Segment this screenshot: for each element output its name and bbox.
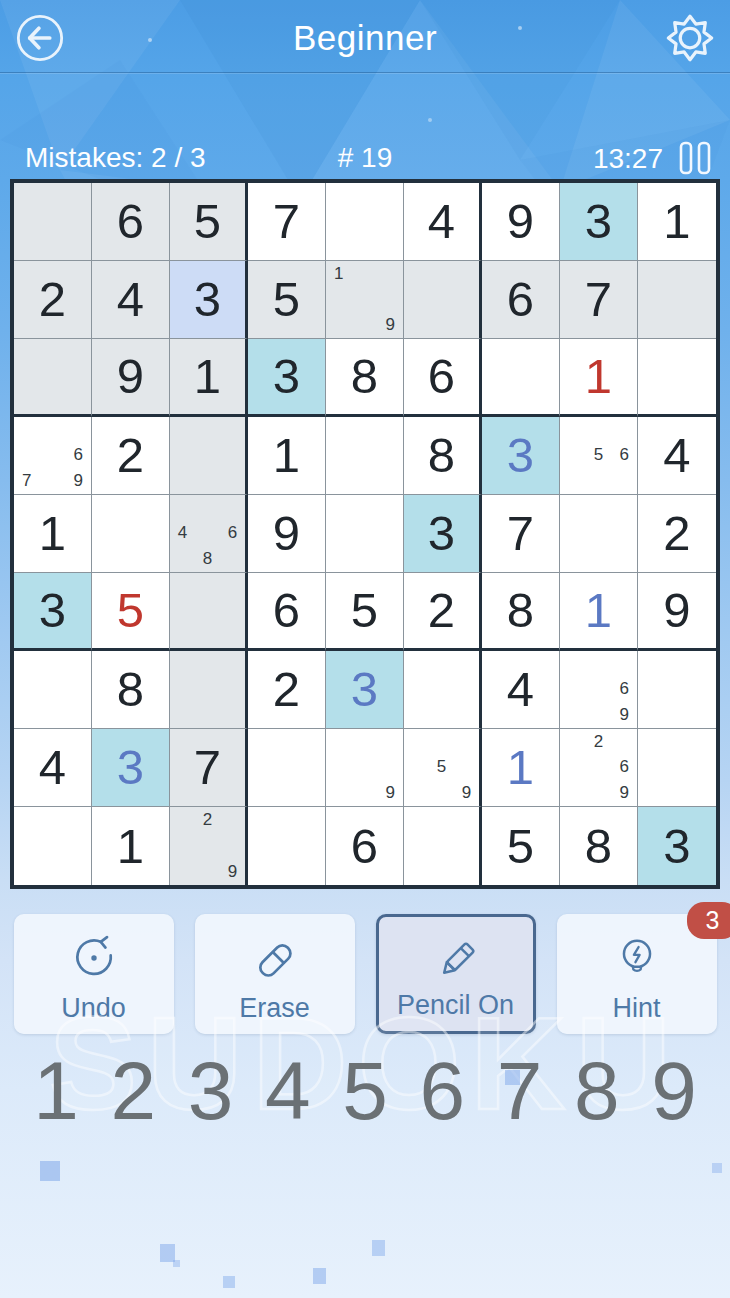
numpad-6[interactable]: 6 xyxy=(410,1046,474,1136)
confetti-square xyxy=(505,1070,520,1085)
cell-r1c5[interactable] xyxy=(326,183,404,261)
cell-value: 5 xyxy=(194,197,221,246)
number-pad: 123456789 xyxy=(0,1046,730,1136)
cell-r7c6[interactable] xyxy=(404,651,482,729)
cell-r5c6[interactable]: 3 xyxy=(404,495,482,573)
cell-r6c3[interactable] xyxy=(170,573,248,651)
cell-r9c8[interactable]: 8 xyxy=(560,807,638,885)
timer: 13:27 xyxy=(593,141,663,175)
cell-value: 1 xyxy=(117,822,144,871)
cell-value: 3 xyxy=(117,743,144,792)
cell-value: 3 xyxy=(428,509,455,558)
toolbar: Undo Erase xyxy=(0,914,730,1034)
cell-r5c7[interactable]: 7 xyxy=(482,495,560,573)
sudoku-app: Beginner Mistakes: 2 / 3 # 19 13:27 xyxy=(0,0,730,1298)
top-bar: Beginner xyxy=(0,0,730,72)
cell-value: 4 xyxy=(117,275,144,324)
pencil-mark: 9 xyxy=(377,780,403,806)
cell-value: 3 xyxy=(273,352,300,401)
cell-value: 5 xyxy=(351,586,378,635)
cell-value: 3 xyxy=(585,197,612,246)
confetti-square xyxy=(223,1276,235,1288)
cell-r3c5[interactable]: 8 xyxy=(326,339,404,417)
cell-r7c5[interactable]: 3 xyxy=(326,651,404,729)
cell-r9c5[interactable]: 6 xyxy=(326,807,404,885)
cell-r6c8[interactable]: 1 xyxy=(560,573,638,651)
cell-r9c9[interactable]: 3 xyxy=(638,807,716,885)
cell-value: 1 xyxy=(194,352,221,401)
cell-r5c5[interactable] xyxy=(326,495,404,573)
pencil-mark: 1 xyxy=(326,261,352,287)
cell-r4c7[interactable]: 3 xyxy=(482,417,560,495)
undo-icon xyxy=(70,934,118,982)
cell-r1c7[interactable]: 9 xyxy=(482,183,560,261)
cell-r7c3[interactable] xyxy=(170,651,248,729)
pencil-mark: 9 xyxy=(65,468,91,494)
cell-r9c4[interactable] xyxy=(248,807,326,885)
cell-value: 4 xyxy=(507,665,534,714)
confetti-square xyxy=(712,1163,722,1173)
header-divider xyxy=(0,72,730,73)
cell-value: 3 xyxy=(351,665,378,714)
cell-value: 9 xyxy=(273,509,300,558)
pencil-mark: 5 xyxy=(586,443,612,469)
cell-r7c1[interactable] xyxy=(14,651,92,729)
cell-r4c2[interactable]: 2 xyxy=(92,417,170,495)
cell-value: 2 xyxy=(663,509,690,558)
cell-r5c9[interactable]: 2 xyxy=(638,495,716,573)
cell-r5c3[interactable]: 468 xyxy=(170,495,248,573)
cell-r7c9[interactable] xyxy=(638,651,716,729)
cell-r6c5[interactable]: 5 xyxy=(326,573,404,651)
pause-icon xyxy=(678,140,712,176)
numpad-4[interactable]: 4 xyxy=(256,1046,320,1136)
undo-label: Undo xyxy=(61,993,126,1024)
pencil-mark: 9 xyxy=(454,780,479,806)
cell-value: 2 xyxy=(117,431,144,480)
cell-r4c9[interactable]: 4 xyxy=(638,417,716,495)
cell-r1c2[interactable]: 6 xyxy=(92,183,170,261)
pencil-mark: 8 xyxy=(195,546,220,572)
cell-value: 8 xyxy=(351,352,378,401)
cell-value: 9 xyxy=(507,197,534,246)
cell-value: 3 xyxy=(39,586,66,635)
cell-value: 4 xyxy=(663,431,690,480)
cell-r7c7[interactable]: 4 xyxy=(482,651,560,729)
cell-r3c2[interactable]: 9 xyxy=(92,339,170,417)
settings-button[interactable] xyxy=(664,12,716,64)
cell-r9c7[interactable]: 5 xyxy=(482,807,560,885)
cell-r8c5[interactable]: 9 xyxy=(326,729,404,807)
cell-r6c6[interactable]: 2 xyxy=(404,573,482,651)
cell-value: 8 xyxy=(428,431,455,480)
hint-button[interactable]: Hint 3 xyxy=(557,914,717,1034)
pencil-mark: 6 xyxy=(65,443,91,469)
cell-r5c1[interactable]: 1 xyxy=(14,495,92,573)
cell-r6c2[interactable]: 5 xyxy=(92,573,170,651)
cell-r1c3[interactable]: 5 xyxy=(170,183,248,261)
cell-value: 1 xyxy=(39,509,66,558)
cell-value: 7 xyxy=(273,197,300,246)
cell-value: 6 xyxy=(351,822,378,871)
cell-r2c1[interactable]: 2 xyxy=(14,261,92,339)
pencil-mark: 9 xyxy=(220,859,245,885)
cell-r3c7[interactable] xyxy=(482,339,560,417)
cell-r4c5[interactable] xyxy=(326,417,404,495)
pencil-mark: 6 xyxy=(611,677,637,703)
cell-r8c3[interactable]: 7 xyxy=(170,729,248,807)
pencil-mark: 4 xyxy=(170,521,195,547)
cell-r1c9[interactable]: 1 xyxy=(638,183,716,261)
sudoku-board: 6574931243519679138616792183564146893723… xyxy=(10,179,720,889)
cell-r1c8[interactable]: 3 xyxy=(560,183,638,261)
cell-r9c3[interactable]: 29 xyxy=(170,807,248,885)
numpad-1[interactable]: 1 xyxy=(24,1046,88,1136)
cell-r8c1[interactable]: 4 xyxy=(14,729,92,807)
numpad-7[interactable]: 7 xyxy=(488,1046,552,1136)
undo-button[interactable]: Undo xyxy=(14,914,174,1034)
cell-value: 6 xyxy=(428,352,455,401)
cell-value: 8 xyxy=(507,586,534,635)
cell-r6c7[interactable]: 8 xyxy=(482,573,560,651)
page-title: Beginner xyxy=(0,18,730,58)
cell-r7c8[interactable]: 69 xyxy=(560,651,638,729)
cell-r9c2[interactable]: 1 xyxy=(92,807,170,885)
cell-r4c4[interactable]: 1 xyxy=(248,417,326,495)
hint-count-badge: 3 xyxy=(687,902,730,939)
cell-value: 9 xyxy=(663,586,690,635)
pencil-mark: 9 xyxy=(611,702,637,728)
cell-r1c6[interactable]: 4 xyxy=(404,183,482,261)
confetti-square xyxy=(40,1161,60,1181)
cell-value: 8 xyxy=(117,665,144,714)
pencil-mark: 5 xyxy=(429,755,454,781)
cell-r1c1[interactable] xyxy=(14,183,92,261)
cell-value: 1 xyxy=(585,586,612,635)
numpad-9[interactable]: 9 xyxy=(642,1046,706,1136)
cell-r8c9[interactable] xyxy=(638,729,716,807)
cell-r9c1[interactable] xyxy=(14,807,92,885)
cell-value: 1 xyxy=(273,431,300,480)
pencil-mark: 7 xyxy=(14,468,40,494)
cell-value: 6 xyxy=(117,197,144,246)
numpad-2[interactable]: 2 xyxy=(101,1046,165,1136)
pencil-toggle-button[interactable]: Pencil On xyxy=(376,914,536,1034)
cell-r4c1[interactable]: 679 xyxy=(14,417,92,495)
cell-r3c4[interactable]: 3 xyxy=(248,339,326,417)
cell-value: 9 xyxy=(117,352,144,401)
cell-r8c7[interactable]: 1 xyxy=(482,729,560,807)
cell-r6c1[interactable]: 3 xyxy=(14,573,92,651)
numpad-5[interactable]: 5 xyxy=(333,1046,397,1136)
cell-value: 6 xyxy=(273,586,300,635)
cell-value: 3 xyxy=(194,275,221,324)
hint-label: Hint xyxy=(612,993,660,1024)
eraser-icon xyxy=(251,934,299,982)
cell-value: 7 xyxy=(585,275,612,324)
cell-value: 4 xyxy=(39,743,66,792)
pencil-mark: 2 xyxy=(195,807,220,833)
pencil-mark: 2 xyxy=(586,729,612,755)
cell-r8c6[interactable]: 59 xyxy=(404,729,482,807)
cell-r3c6[interactable]: 6 xyxy=(404,339,482,417)
cell-r5c2[interactable] xyxy=(92,495,170,573)
cell-value: 1 xyxy=(507,743,534,792)
cell-r7c4[interactable]: 2 xyxy=(248,651,326,729)
cell-value: 3 xyxy=(507,431,534,480)
cell-r2c5[interactable]: 19 xyxy=(326,261,404,339)
cell-r2c3[interactable]: 3 xyxy=(170,261,248,339)
cell-value: 5 xyxy=(507,822,534,871)
cell-r6c4[interactable]: 6 xyxy=(248,573,326,651)
cell-r6c9[interactable]: 9 xyxy=(638,573,716,651)
cell-value: 1 xyxy=(585,352,612,401)
status-bar: Mistakes: 2 / 3 # 19 13:27 xyxy=(0,140,730,178)
cell-r7c2[interactable]: 8 xyxy=(92,651,170,729)
numpad-8[interactable]: 8 xyxy=(565,1046,629,1136)
cell-value: 8 xyxy=(585,822,612,871)
cell-value: 5 xyxy=(117,586,144,635)
cell-r2c8[interactable]: 7 xyxy=(560,261,638,339)
cell-value: 5 xyxy=(273,275,300,324)
cell-value: 3 xyxy=(663,822,690,871)
erase-label: Erase xyxy=(239,993,310,1024)
cell-value: 1 xyxy=(663,197,690,246)
cell-r8c8[interactable]: 269 xyxy=(560,729,638,807)
pencil-mark: 9 xyxy=(611,780,637,806)
cell-value: 2 xyxy=(39,275,66,324)
confetti-square xyxy=(313,1268,326,1284)
pencil-mark: 9 xyxy=(377,312,403,338)
cell-value: 2 xyxy=(428,586,455,635)
confetti-square xyxy=(372,1240,385,1256)
cell-value: 7 xyxy=(507,509,534,558)
cell-r9c6[interactable] xyxy=(404,807,482,885)
cell-r4c6[interactable]: 8 xyxy=(404,417,482,495)
cell-r2c4[interactable]: 5 xyxy=(248,261,326,339)
cell-r2c2[interactable]: 4 xyxy=(92,261,170,339)
cell-r2c9[interactable] xyxy=(638,261,716,339)
pencil-icon xyxy=(432,937,480,985)
cell-r8c2[interactable]: 3 xyxy=(92,729,170,807)
cell-r8c4[interactable] xyxy=(248,729,326,807)
pencil-mark: 6 xyxy=(611,755,637,781)
cell-r3c3[interactable]: 1 xyxy=(170,339,248,417)
pencil-label: Pencil On xyxy=(397,990,514,1021)
cell-r4c3[interactable] xyxy=(170,417,248,495)
cell-r3c1[interactable] xyxy=(14,339,92,417)
cell-r1c4[interactable]: 7 xyxy=(248,183,326,261)
cell-value: 2 xyxy=(273,665,300,714)
erase-button[interactable]: Erase xyxy=(195,914,355,1034)
gear-icon xyxy=(664,12,716,64)
pause-button[interactable] xyxy=(678,140,712,176)
cell-r2c6[interactable] xyxy=(404,261,482,339)
pencil-mark: 6 xyxy=(611,443,637,469)
numpad-3[interactable]: 3 xyxy=(179,1046,243,1136)
hint-bulb-icon xyxy=(613,934,661,982)
cell-value: 6 xyxy=(507,275,534,324)
confetti-square xyxy=(173,1260,180,1267)
cell-value: 7 xyxy=(194,743,221,792)
cell-r2c7[interactable]: 6 xyxy=(482,261,560,339)
cell-r3c8[interactable]: 1 xyxy=(560,339,638,417)
cell-r3c9[interactable] xyxy=(638,339,716,417)
cell-r5c8[interactable] xyxy=(560,495,638,573)
cell-r4c8[interactable]: 56 xyxy=(560,417,638,495)
cell-value: 4 xyxy=(428,197,455,246)
pencil-mark: 6 xyxy=(220,521,245,547)
cell-r5c4[interactable]: 9 xyxy=(248,495,326,573)
